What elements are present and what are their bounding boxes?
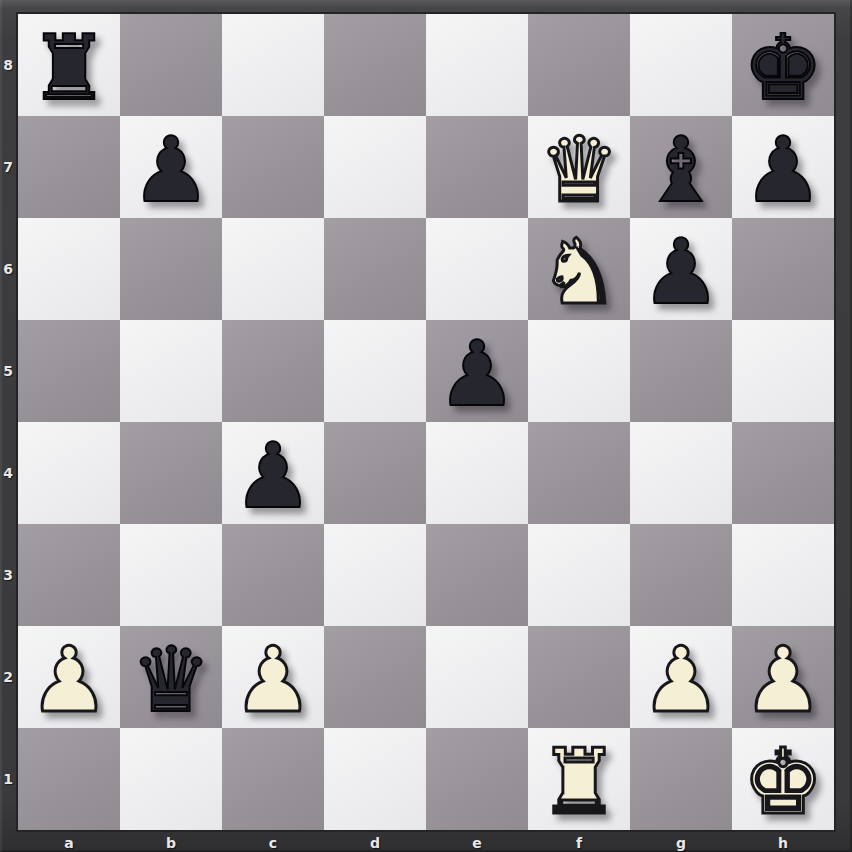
square-g1[interactable]	[630, 728, 732, 830]
file-label-e: e	[426, 834, 528, 852]
square-e1[interactable]	[426, 728, 528, 830]
rank-label-2: 2	[0, 626, 16, 728]
square-c6[interactable]	[222, 218, 324, 320]
rank-label-6: 6	[0, 218, 16, 320]
file-label-d: d	[324, 834, 426, 852]
square-e3[interactable]	[426, 524, 528, 626]
square-d3[interactable]	[324, 524, 426, 626]
square-c2[interactable]: ♟	[222, 626, 324, 728]
square-g7[interactable]: ♝	[630, 116, 732, 218]
file-label-f: f	[528, 834, 630, 852]
square-h2[interactable]: ♟	[732, 626, 834, 728]
square-d6[interactable]	[324, 218, 426, 320]
square-g6[interactable]: ♟	[630, 218, 732, 320]
square-c8[interactable]	[222, 14, 324, 116]
square-c1[interactable]	[222, 728, 324, 830]
square-c3[interactable]	[222, 524, 324, 626]
square-b8[interactable]	[120, 14, 222, 116]
square-h4[interactable]	[732, 422, 834, 524]
piece-white-king-h1[interactable]: ♚	[743, 737, 824, 827]
piece-black-pawn-e5[interactable]: ♟	[437, 329, 518, 419]
square-f5[interactable]	[528, 320, 630, 422]
piece-black-pawn-g6[interactable]: ♟	[641, 227, 722, 317]
square-h3[interactable]	[732, 524, 834, 626]
square-h8[interactable]: ♚	[732, 14, 834, 116]
piece-black-queen-b2[interactable]: ♛	[131, 635, 212, 725]
square-a2[interactable]: ♟	[18, 626, 120, 728]
square-g5[interactable]	[630, 320, 732, 422]
square-b5[interactable]	[120, 320, 222, 422]
file-label-c: c	[222, 834, 324, 852]
square-f1[interactable]: ♜	[528, 728, 630, 830]
square-b1[interactable]	[120, 728, 222, 830]
piece-black-pawn-b7[interactable]: ♟	[131, 125, 212, 215]
square-f6[interactable]: ♞	[528, 218, 630, 320]
rank-label-8: 8	[0, 14, 16, 116]
square-b3[interactable]	[120, 524, 222, 626]
file-label-b: b	[120, 834, 222, 852]
square-h5[interactable]	[732, 320, 834, 422]
square-d4[interactable]	[324, 422, 426, 524]
square-h6[interactable]	[732, 218, 834, 320]
square-b2[interactable]: ♛	[120, 626, 222, 728]
file-labels: abcdefgh	[18, 834, 834, 852]
square-f7[interactable]: ♛	[528, 116, 630, 218]
square-a4[interactable]	[18, 422, 120, 524]
piece-white-pawn-c2[interactable]: ♟	[233, 635, 314, 725]
square-f2[interactable]	[528, 626, 630, 728]
square-b6[interactable]	[120, 218, 222, 320]
piece-black-pawn-h7[interactable]: ♟	[743, 125, 824, 215]
rank-label-7: 7	[0, 116, 16, 218]
square-g8[interactable]	[630, 14, 732, 116]
square-b4[interactable]	[120, 422, 222, 524]
piece-black-rook-a8[interactable]: ♜	[29, 23, 110, 113]
piece-white-pawn-h2[interactable]: ♟	[743, 635, 824, 725]
square-f3[interactable]	[528, 524, 630, 626]
piece-white-pawn-g2[interactable]: ♟	[641, 635, 722, 725]
rank-label-4: 4	[0, 422, 16, 524]
file-label-h: h	[732, 834, 834, 852]
piece-white-queen-f7[interactable]: ♛	[539, 125, 620, 215]
board-frame: ♜♚♟♛♝♟♞♟♟♟♟♛♟♟♟♜♚ 87654321 abcdefgh	[0, 0, 852, 852]
square-g2[interactable]: ♟	[630, 626, 732, 728]
square-f4[interactable]	[528, 422, 630, 524]
piece-black-bishop-g7[interactable]: ♝	[641, 125, 722, 215]
piece-white-knight-f6[interactable]: ♞	[539, 227, 620, 317]
square-a5[interactable]	[18, 320, 120, 422]
square-a8[interactable]: ♜	[18, 14, 120, 116]
rank-labels: 87654321	[0, 14, 16, 830]
square-a6[interactable]	[18, 218, 120, 320]
square-e5[interactable]: ♟	[426, 320, 528, 422]
file-label-g: g	[630, 834, 732, 852]
rank-label-5: 5	[0, 320, 16, 422]
square-d7[interactable]	[324, 116, 426, 218]
piece-black-pawn-c4[interactable]: ♟	[233, 431, 314, 521]
square-a7[interactable]	[18, 116, 120, 218]
piece-black-king-h8[interactable]: ♚	[743, 23, 824, 113]
piece-white-rook-f1[interactable]: ♜	[539, 737, 620, 827]
square-g4[interactable]	[630, 422, 732, 524]
square-g3[interactable]	[630, 524, 732, 626]
square-a1[interactable]	[18, 728, 120, 830]
square-d2[interactable]	[324, 626, 426, 728]
square-h7[interactable]: ♟	[732, 116, 834, 218]
square-e4[interactable]	[426, 422, 528, 524]
square-f8[interactable]	[528, 14, 630, 116]
square-c4[interactable]: ♟	[222, 422, 324, 524]
square-e8[interactable]	[426, 14, 528, 116]
file-label-a: a	[18, 834, 120, 852]
chess-board: ♜♚♟♛♝♟♞♟♟♟♟♛♟♟♟♜♚	[16, 12, 836, 832]
square-c7[interactable]	[222, 116, 324, 218]
square-a3[interactable]	[18, 524, 120, 626]
square-c5[interactable]	[222, 320, 324, 422]
square-b7[interactable]: ♟	[120, 116, 222, 218]
square-d1[interactable]	[324, 728, 426, 830]
square-e2[interactable]	[426, 626, 528, 728]
rank-label-1: 1	[0, 728, 16, 830]
square-d5[interactable]	[324, 320, 426, 422]
piece-white-pawn-a2[interactable]: ♟	[29, 635, 110, 725]
square-e7[interactable]	[426, 116, 528, 218]
square-h1[interactable]: ♚	[732, 728, 834, 830]
rank-label-3: 3	[0, 524, 16, 626]
square-d8[interactable]	[324, 14, 426, 116]
square-e6[interactable]	[426, 218, 528, 320]
